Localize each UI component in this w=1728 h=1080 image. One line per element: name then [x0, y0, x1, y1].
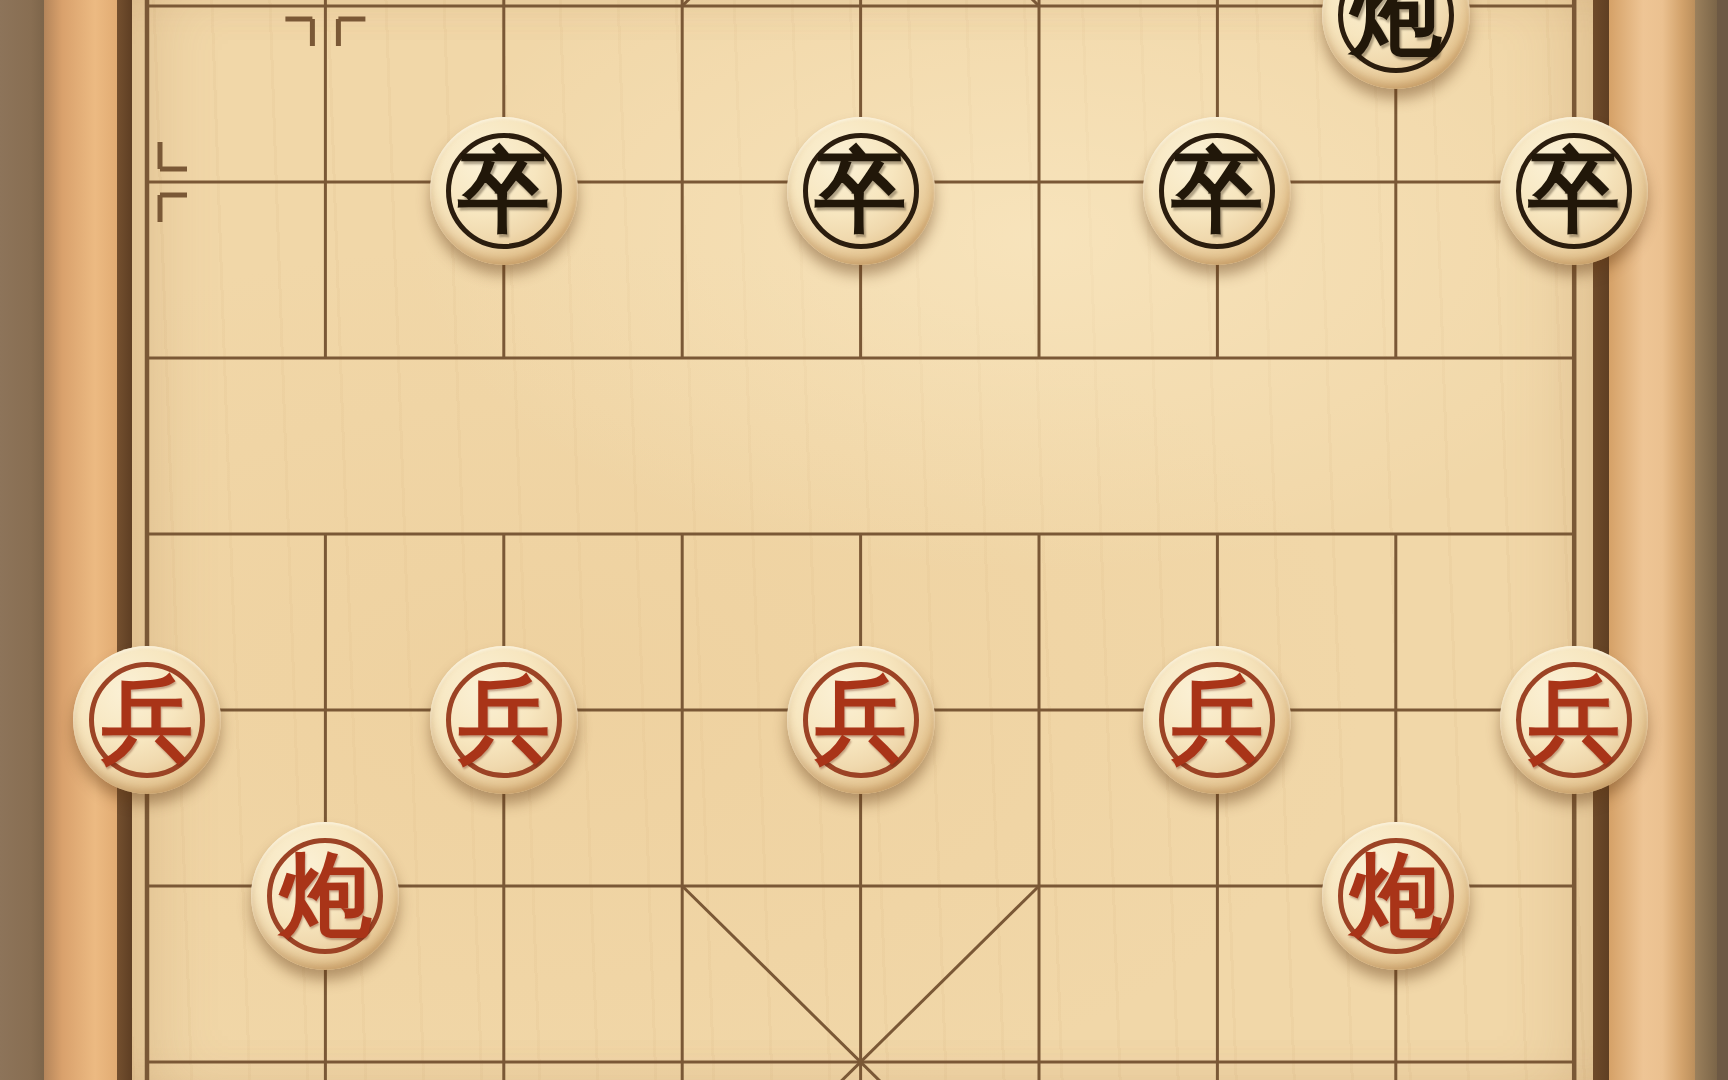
black-soldier[interactable]: 卒 — [430, 117, 578, 265]
black-soldier[interactable]: 卒 — [1143, 117, 1291, 265]
red-soldier[interactable]: 兵 — [1500, 646, 1648, 794]
piece-glyph: 卒 — [787, 117, 935, 265]
black-soldier[interactable]: 卒 — [1500, 117, 1648, 265]
piece-glyph: 卒 — [1143, 117, 1291, 265]
piece-glyph: 卒 — [430, 117, 578, 265]
black-soldier[interactable]: 卒 — [787, 117, 935, 265]
black-cannon[interactable]: 炮 — [1322, 0, 1470, 89]
red-cannon[interactable]: 炮 — [251, 822, 399, 970]
red-cannon[interactable]: 炮 — [1322, 822, 1470, 970]
piece-glyph: 兵 — [787, 646, 935, 794]
piece-glyph: 兵 — [73, 646, 221, 794]
piece-glyph: 兵 — [1500, 646, 1648, 794]
piece-glyph: 兵 — [1143, 646, 1291, 794]
red-soldier[interactable]: 兵 — [787, 646, 935, 794]
piece-glyph: 炮 — [1322, 0, 1470, 89]
piece-glyph: 炮 — [251, 822, 399, 970]
piece-glyph: 兵 — [430, 646, 578, 794]
red-soldier[interactable]: 兵 — [1143, 646, 1291, 794]
piece-glyph: 炮 — [1322, 822, 1470, 970]
red-soldier[interactable]: 兵 — [73, 646, 221, 794]
piece-glyph: 卒 — [1500, 117, 1648, 265]
pieces-layer: 炮卒卒卒卒兵兵兵兵兵炮炮 — [58, 0, 1664, 1080]
red-soldier[interactable]: 兵 — [430, 646, 578, 794]
xiangqi-game-screen: 炮卒卒卒卒兵兵兵兵兵炮炮 — [0, 0, 1728, 1080]
